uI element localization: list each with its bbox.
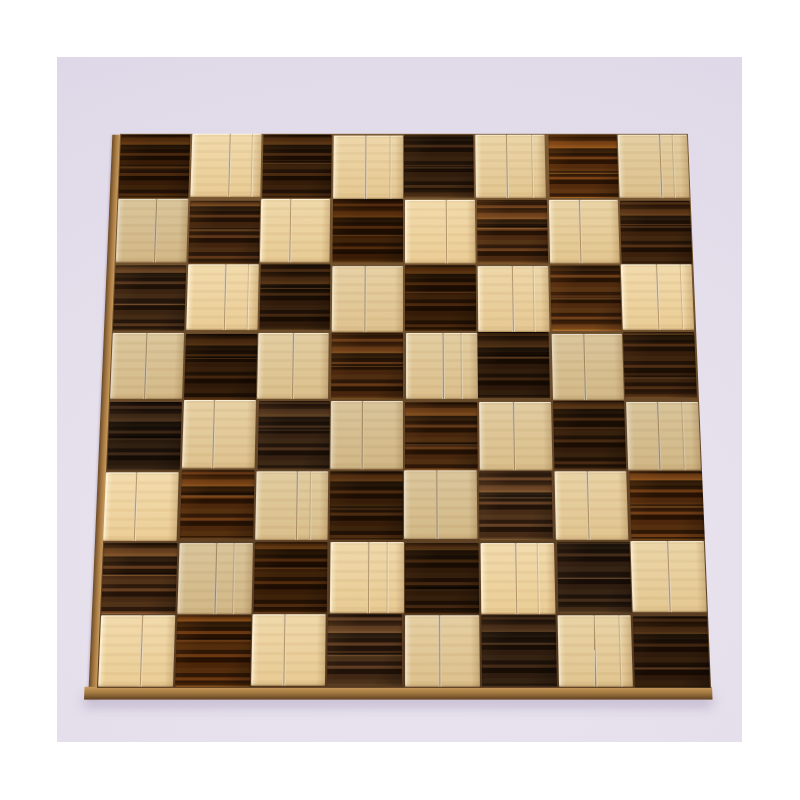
- board-square-light: [480, 543, 555, 614]
- board-square-dark: [331, 332, 403, 399]
- photo-backdrop: [57, 57, 742, 742]
- board-square-light: [182, 400, 256, 468]
- board-square-light: [621, 264, 694, 329]
- board-square-light: [257, 332, 329, 399]
- board-square-light: [331, 401, 403, 469]
- board-square-light: [405, 199, 475, 263]
- board-square-dark: [629, 471, 704, 540]
- board-square-dark: [259, 264, 331, 329]
- board-square-light: [405, 615, 480, 687]
- board-square-dark: [257, 401, 330, 469]
- board-square-light: [110, 332, 184, 399]
- board-grid: [97, 134, 711, 688]
- board-edge-bottom: [84, 687, 713, 700]
- board-square-dark: [405, 402, 477, 470]
- board-square-light: [251, 614, 326, 686]
- board-square-light: [618, 135, 690, 198]
- board-square-dark: [179, 470, 254, 539]
- board-square-light: [475, 135, 545, 198]
- board-square-light: [479, 402, 552, 470]
- board-square-dark: [113, 265, 186, 330]
- board-square-light: [103, 472, 178, 541]
- board-square-dark: [118, 135, 190, 198]
- board-square-light: [404, 470, 477, 539]
- board-square-dark: [107, 402, 182, 470]
- board-square-dark: [175, 615, 251, 687]
- board-square-dark: [405, 543, 479, 614]
- board-square-dark: [477, 199, 548, 263]
- board-square-dark: [477, 332, 549, 399]
- board-square-dark: [188, 200, 260, 264]
- board-square-dark: [557, 542, 632, 613]
- board-square-light: [333, 136, 403, 199]
- board-square-dark: [184, 333, 257, 400]
- board-square-dark: [633, 616, 710, 688]
- board-square-light: [116, 198, 188, 262]
- board-square-dark: [101, 543, 177, 614]
- board-square-light: [259, 198, 330, 262]
- board-square-light: [177, 543, 252, 614]
- board-square-dark: [327, 614, 402, 686]
- board-square-light: [548, 199, 620, 263]
- board-square-light: [332, 266, 403, 331]
- board-square-dark: [553, 401, 627, 469]
- board-square-light: [98, 615, 175, 687]
- board-square-dark: [405, 265, 476, 330]
- board-square-light: [551, 333, 624, 400]
- board-square-light: [626, 402, 701, 470]
- board-square-dark: [404, 135, 474, 198]
- board-square-light: [330, 542, 404, 613]
- board-square-light: [190, 134, 261, 197]
- board-square-dark: [550, 265, 622, 330]
- board-square-dark: [548, 135, 619, 198]
- board-square-dark: [478, 471, 552, 540]
- board-square-dark: [623, 332, 697, 399]
- board-square-light: [557, 615, 633, 687]
- board-square-light: [186, 264, 258, 329]
- board-square-dark: [333, 198, 403, 262]
- board-square-dark: [481, 615, 556, 687]
- photo-canvas: { "game": "chess", "board_type": "empty …: [0, 0, 800, 800]
- board-square-dark: [262, 135, 332, 198]
- board-square-light: [255, 471, 329, 540]
- board-square-light: [631, 541, 707, 612]
- board-square-dark: [620, 200, 692, 264]
- board-square-dark: [330, 471, 403, 540]
- board-square-dark: [253, 542, 328, 613]
- board-square-light: [554, 471, 629, 540]
- board-square-light: [406, 332, 478, 399]
- board-square-light: [477, 266, 549, 331]
- chessboard: [97, 134, 711, 688]
